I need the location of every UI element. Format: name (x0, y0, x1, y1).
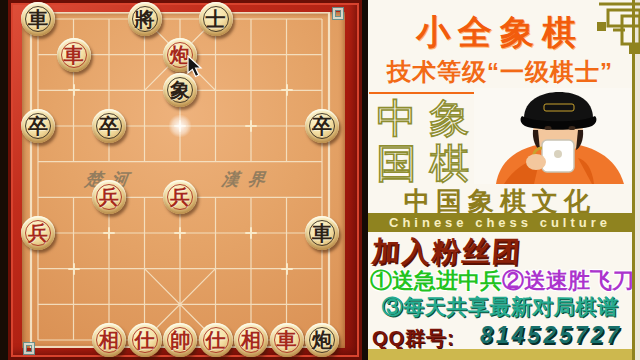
host-photo (474, 88, 634, 184)
promo-item-1: ①送急进中兵 (370, 266, 502, 296)
piece-red-chariot[interactable]: 車 (57, 38, 91, 72)
corner-ornament (585, 0, 640, 54)
piece-black-advisor[interactable]: 士 (199, 2, 233, 36)
piece-glyph: 卒 (92, 109, 126, 143)
promo-line-1: ①送急进中兵 ②送速胜飞刀 (370, 266, 632, 296)
piece-red-chariot[interactable]: 車 (270, 323, 304, 357)
piece-glyph: 卒 (305, 109, 339, 143)
qq-group-number: 814525727 (480, 322, 622, 349)
piece-glyph: 車 (305, 216, 339, 250)
piece-glyph: 車 (270, 323, 304, 357)
qq-group-row: QQ群号: 814525727 (372, 322, 630, 350)
piece-black-general[interactable]: 將 (128, 2, 162, 36)
point-marker (174, 227, 186, 239)
piece-glyph: 兵 (21, 216, 55, 250)
piece-glyph: 車 (21, 2, 55, 36)
piece-red-general[interactable]: 帥 (163, 323, 197, 357)
logo-char: 中 (377, 98, 417, 140)
piece-glyph: 帥 (163, 323, 197, 357)
piece-red-advisor[interactable]: 仕 (128, 323, 162, 357)
page-root: 楚河 漢界 車將士車炮象卒卒卒兵兵兵車相仕帥仕相車炮 小全象棋 技术等级“一级棋… (0, 0, 640, 360)
logo-char: 国 (377, 143, 417, 185)
piece-glyph: 兵 (92, 180, 126, 214)
piece-black-chariot[interactable]: 車 (21, 2, 55, 36)
piece-red-elephant[interactable]: 相 (234, 323, 268, 357)
piece-glyph: 仕 (199, 323, 233, 357)
piece-red-elephant[interactable]: 相 (92, 323, 126, 357)
screen-right-edge (635, 0, 640, 360)
panel-bottom-strip (368, 349, 640, 360)
chinese-chess-seal-logo: 中 象 国 棋 (370, 96, 476, 186)
river-label-right: 漢界 (220, 168, 275, 191)
xiangqi-board[interactable]: 楚河 漢界 車將士車炮象卒卒卒兵兵兵車相仕帥仕相車炮 (22, 12, 345, 348)
piece-red-pawn[interactable]: 兵 (163, 180, 197, 214)
piece-glyph: 炮 (305, 323, 339, 357)
piece-black-pawn[interactable]: 卒 (92, 109, 126, 143)
piece-glyph: 相 (234, 323, 268, 357)
point-marker (281, 263, 293, 275)
point-marker (68, 84, 80, 96)
banner-english: Chinese chess culture (368, 213, 632, 232)
board-corner-ornament-top-right (332, 7, 344, 20)
piece-red-pawn[interactable]: 兵 (21, 216, 55, 250)
logo-char: 象 (430, 98, 470, 140)
promo-item-3: ③每天共享最新对局棋谱 (368, 293, 632, 321)
promo-item-2: ②送速胜飞刀 (502, 266, 634, 296)
highlight-dot (169, 115, 191, 137)
point-marker (281, 84, 293, 96)
piece-glyph: 卒 (21, 109, 55, 143)
piece-glyph: 相 (92, 323, 126, 357)
screen-left-edge (0, 0, 8, 360)
piece-glyph: 將 (128, 2, 162, 36)
piece-black-pawn[interactable]: 卒 (21, 109, 55, 143)
piece-glyph: 車 (57, 38, 91, 72)
piece-black-pawn[interactable]: 卒 (305, 109, 339, 143)
piece-glyph: 士 (199, 2, 233, 36)
piece-glyph: 仕 (128, 323, 162, 357)
point-marker (245, 227, 257, 239)
point-marker (68, 263, 80, 275)
piece-glyph: 兵 (163, 180, 197, 214)
mouse-cursor-icon (186, 55, 204, 79)
point-marker (103, 227, 115, 239)
point-marker (245, 120, 257, 132)
board-corner-ornament-bottom-left (23, 342, 35, 355)
qq-group-label: QQ群号: (372, 325, 455, 352)
piece-red-pawn[interactable]: 兵 (92, 180, 126, 214)
piece-black-chariot[interactable]: 車 (305, 216, 339, 250)
logo-char: 棋 (430, 143, 470, 185)
piece-black-cannon[interactable]: 炮 (305, 323, 339, 357)
piece-red-advisor[interactable]: 仕 (199, 323, 233, 357)
